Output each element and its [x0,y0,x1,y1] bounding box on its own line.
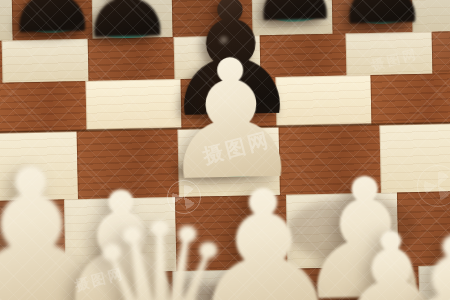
square-d6 [88,37,176,82]
square-h6 [432,30,450,75]
square-d5 [86,79,183,132]
square-c4 [0,131,79,202]
square-g4 [380,123,450,194]
square-g6 [346,32,434,77]
square-c3 [0,199,66,276]
square-e7 [171,0,253,38]
square-f4 [279,125,382,196]
square-c6 [2,39,90,84]
square-c5 [0,81,87,134]
square-d4 [77,129,180,200]
square-e3 [175,195,288,272]
square-f6 [260,33,348,78]
square-f5 [275,75,372,128]
square-g5 [370,73,450,126]
square-d3 [64,197,177,274]
chessboard-photo: ♟♟♟♟♟♟♟♟♛♟♟♟♟ 摄图网摄图网摄图网 [0,0,450,300]
square-g2 [418,263,450,300]
square-h7 [411,0,450,33]
felt-base-ring [327,288,351,296]
board-tilt: ♟♟♟♟♟♟♟♟♛♟♟♟♟ [0,0,450,300]
